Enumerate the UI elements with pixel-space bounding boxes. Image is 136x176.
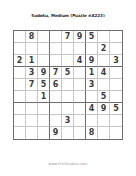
cell-r5c7: 3 xyxy=(86,79,98,91)
cell-r3c9: 3 xyxy=(110,55,122,67)
cell-r8c3 xyxy=(38,115,50,127)
cell-r4c7: 1 xyxy=(86,67,98,79)
cell-r6c6 xyxy=(74,91,86,103)
cell-r3c8 xyxy=(98,55,110,67)
cell-r1c4 xyxy=(50,31,62,43)
cell-r1c2: 8 xyxy=(26,31,38,43)
cell-r4c6 xyxy=(74,67,86,79)
cell-r3c1: 2 xyxy=(14,55,26,67)
cell-r7c4 xyxy=(50,103,62,115)
cell-r2c2 xyxy=(26,43,38,55)
cell-r9c3 xyxy=(38,127,50,139)
cell-r2c6 xyxy=(74,43,86,55)
cell-r1c8 xyxy=(98,31,110,43)
cell-r3c4 xyxy=(50,55,62,67)
cell-r7c1 xyxy=(14,103,26,115)
cell-r2c8: 2 xyxy=(98,43,110,55)
footer-url: www.PrintSudoku.com xyxy=(0,162,136,166)
cell-r8c6 xyxy=(74,115,86,127)
cell-r6c4 xyxy=(50,91,62,103)
cell-r5c2: 7 xyxy=(26,79,38,91)
page-title: Sudoku, Medium (Puzzle #A223) xyxy=(0,13,136,18)
cell-r7c9: 5 xyxy=(110,103,122,115)
cell-r9c5 xyxy=(62,127,74,139)
cell-r5c1 xyxy=(14,79,26,91)
sudoku-sheet: { "game": "sudoku", "title": "Sudoku, Me… xyxy=(0,0,136,176)
cell-r5c3: 5 xyxy=(38,79,50,91)
cell-r6c2 xyxy=(26,91,38,103)
cell-r8c9 xyxy=(110,115,122,127)
cell-r4c5: 5 xyxy=(62,67,74,79)
cell-r3c3 xyxy=(38,55,50,67)
cell-r6c8: 5 xyxy=(98,91,110,103)
cell-r8c2 xyxy=(26,115,38,127)
cell-r7c2 xyxy=(26,103,38,115)
cell-r1c6: 9 xyxy=(74,31,86,43)
cell-r1c5: 7 xyxy=(62,31,74,43)
cell-r2c4 xyxy=(50,43,62,55)
cell-r9c6 xyxy=(74,127,86,139)
cell-r1c3 xyxy=(38,31,50,43)
cell-r9c1 xyxy=(14,127,26,139)
cell-r6c1 xyxy=(14,91,26,103)
cell-r2c9 xyxy=(110,43,122,55)
cell-r8c5: 3 xyxy=(62,115,74,127)
cell-r9c4: 9 xyxy=(50,127,62,139)
cell-r2c1 xyxy=(14,43,26,55)
cell-r7c7: 4 xyxy=(86,103,98,115)
cell-r5c6 xyxy=(74,79,86,91)
cell-r3c2: 1 xyxy=(26,55,38,67)
cell-r3c7: 9 xyxy=(86,55,98,67)
cell-r4c9 xyxy=(110,67,122,79)
cell-r8c8 xyxy=(98,115,110,127)
cell-r6c9 xyxy=(110,91,122,103)
cell-r6c3: 1 xyxy=(38,91,50,103)
cell-r9c8 xyxy=(98,127,110,139)
cell-r5c4: 6 xyxy=(50,79,62,91)
cell-r3c5 xyxy=(62,55,74,67)
cell-r3c6: 4 xyxy=(74,55,86,67)
cell-r4c2: 3 xyxy=(26,67,38,79)
cell-r6c5 xyxy=(62,91,74,103)
cell-r5c5 xyxy=(62,79,74,91)
cell-r4c4: 7 xyxy=(50,67,62,79)
cell-r4c1 xyxy=(14,67,26,79)
cell-r2c5 xyxy=(62,43,74,55)
cell-r8c1 xyxy=(14,115,26,127)
cell-r9c2 xyxy=(26,127,38,139)
cell-r7c6 xyxy=(74,103,86,115)
cell-r8c4 xyxy=(50,115,62,127)
cell-r5c8 xyxy=(98,79,110,91)
cell-r9c7: 8 xyxy=(86,127,98,139)
cell-r5c9 xyxy=(110,79,122,91)
sudoku-board: 8795221493397514756315495398 xyxy=(13,30,123,140)
cell-r2c3 xyxy=(38,43,50,55)
cell-r7c3 xyxy=(38,103,50,115)
cell-r8c7 xyxy=(86,115,98,127)
cell-r4c8: 4 xyxy=(98,67,110,79)
cell-r7c8: 9 xyxy=(98,103,110,115)
cell-r9c9 xyxy=(110,127,122,139)
cell-r1c9 xyxy=(110,31,122,43)
cell-r4c3: 9 xyxy=(38,67,50,79)
cell-r7c5 xyxy=(62,103,74,115)
cell-r1c7: 5 xyxy=(86,31,98,43)
cell-r1c1 xyxy=(14,31,26,43)
cell-r6c7 xyxy=(86,91,98,103)
cell-r2c7 xyxy=(86,43,98,55)
